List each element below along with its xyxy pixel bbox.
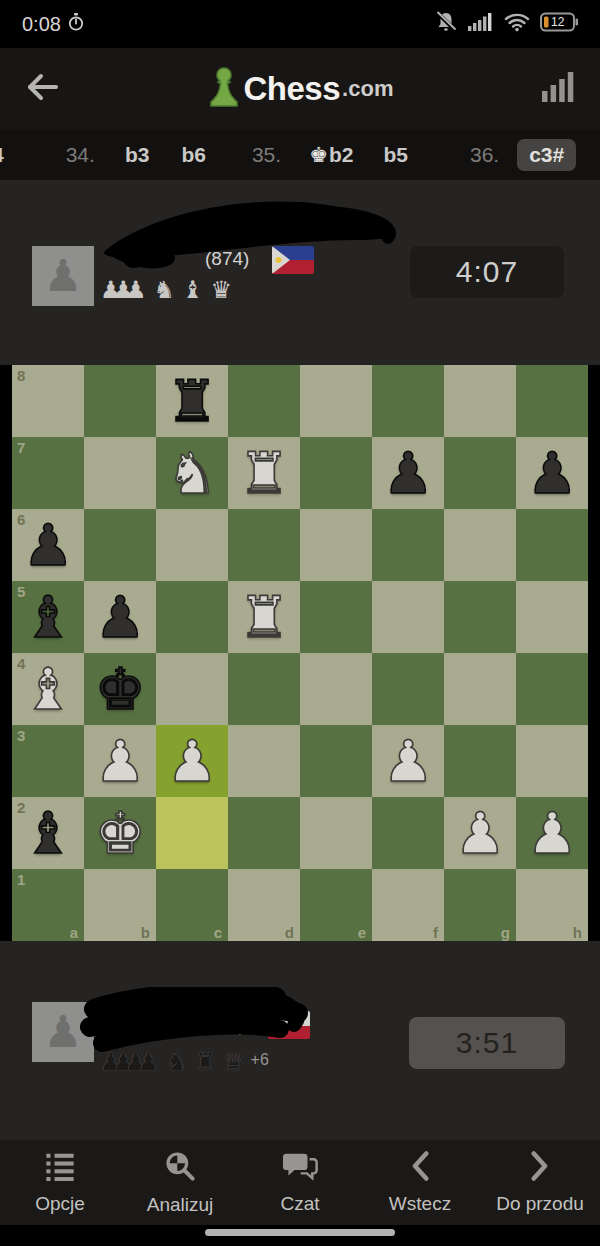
file-label: c (214, 924, 222, 941)
status-bar: 0:08 (0, 0, 600, 48)
white-pawn[interactable]: ♟ (444, 797, 516, 869)
square-g7[interactable] (444, 437, 516, 509)
square-h3[interactable] (516, 725, 588, 797)
black-king[interactable]: ♚ (84, 653, 156, 725)
square-b2[interactable]: ♚ (84, 797, 156, 869)
square-g3[interactable] (444, 725, 516, 797)
square-a5[interactable]: 5♝ (12, 581, 84, 653)
battery-icon: 12 (540, 12, 578, 36)
rank-label: 3 (17, 727, 25, 744)
move-item[interactable]: b3 (125, 143, 150, 167)
rank-label: 7 (17, 439, 25, 456)
square-d4[interactable] (228, 653, 300, 725)
file-label: f (433, 924, 438, 941)
square-c8[interactable]: ♜ (156, 365, 228, 437)
square-f7[interactable]: ♟ (372, 437, 444, 509)
square-f4[interactable] (372, 653, 444, 725)
file-label: d (285, 924, 294, 941)
top-player-clock: 4:07 (410, 246, 564, 298)
square-a6[interactable]: 6♟ (12, 509, 84, 581)
square-h6[interactable] (516, 509, 588, 581)
rank-label: 1 (17, 871, 25, 888)
bottom-captured-pieces: ♟♟♟♟♞♜♛+6 (100, 1046, 269, 1074)
square-h2[interactable]: ♟ (516, 797, 588, 869)
square-e7[interactable] (300, 437, 372, 509)
square-b4[interactable]: ♚ (84, 653, 156, 725)
square-a3[interactable]: 3 (12, 725, 84, 797)
white-pawn[interactable]: ♟ (516, 797, 588, 869)
square-e6[interactable] (300, 509, 372, 581)
square-h8[interactable] (516, 365, 588, 437)
logo-text-com: .com (342, 76, 393, 102)
square-g1[interactable]: g (444, 869, 516, 941)
nav-czat[interactable]: Czat (240, 1140, 360, 1225)
square-g4[interactable] (444, 653, 516, 725)
chesscom-logo: Chess .com (209, 66, 394, 112)
square-f5[interactable] (372, 581, 444, 653)
logo-text-chess: Chess (244, 70, 341, 108)
wifi-icon (504, 12, 530, 36)
battery-percent: 12 (551, 15, 564, 29)
square-d8[interactable] (228, 365, 300, 437)
square-b6[interactable] (84, 509, 156, 581)
stats-bars-button[interactable] (542, 72, 574, 106)
nav-label: Do przodu (496, 1193, 584, 1215)
square-d2[interactable] (228, 797, 300, 869)
square-e3[interactable] (300, 725, 372, 797)
square-c7[interactable]: ♞ (156, 437, 228, 509)
file-label: a (70, 924, 78, 941)
bottom-player-avatar[interactable]: ♟ (32, 1002, 94, 1062)
white-pawn[interactable]: ♟ (372, 725, 444, 797)
square-e4[interactable] (300, 653, 372, 725)
chesscom-pawn-icon (209, 66, 239, 112)
captured-pawn: ♟ (138, 1050, 160, 1074)
captured-queen: ♛ (211, 278, 233, 302)
chevron-right-icon (527, 1151, 553, 1185)
nav-do-przodu[interactable]: Do przodu (480, 1140, 600, 1225)
move-number: 35. (252, 143, 281, 167)
move-number: 34. (66, 143, 95, 167)
nav-label: Wstecz (389, 1193, 451, 1215)
black-rook[interactable]: ♜ (156, 365, 228, 437)
square-d5[interactable]: ♜ (228, 581, 300, 653)
white-rook[interactable]: ♜ (228, 581, 300, 653)
top-player-avatar[interactable]: ♟ (32, 246, 94, 306)
bottom-player-rating: 1) (228, 1014, 245, 1036)
square-h1[interactable]: h (516, 869, 588, 941)
rank-label: 8 (17, 367, 25, 384)
nav-wstecz[interactable]: Wstecz (360, 1140, 480, 1225)
app-header: Chess .com (0, 48, 600, 130)
file-label: b (141, 924, 150, 941)
nav-label: Czat (280, 1193, 319, 1215)
status-time: 0:08 (22, 13, 61, 36)
white-pawn[interactable]: ♟ (156, 725, 228, 797)
black-pawn[interactable]: ♟ (372, 437, 444, 509)
square-f1[interactable]: f (372, 869, 444, 941)
square-a4[interactable]: 4♝ (12, 653, 84, 725)
chat-icon (282, 1151, 318, 1185)
move-item[interactable]: b6 (181, 143, 206, 167)
square-c4[interactable] (156, 653, 228, 725)
square-b1[interactable]: b (84, 869, 156, 941)
captured-knight: ♞ (154, 278, 176, 302)
king-piece-icon: ♚ (309, 143, 328, 167)
philippines-flag-icon (272, 246, 314, 274)
pawn-avatar-icon: ♟ (43, 254, 82, 298)
top-player-rating: (874) (205, 248, 249, 270)
top-player-card: ♟ (874) ♟♟♟♞♝♛ 4:07 (0, 180, 600, 365)
square-b3[interactable]: ♟ (84, 725, 156, 797)
square-g2[interactable]: ♟ (444, 797, 516, 869)
captured-queen: ♛ (223, 1050, 245, 1074)
nav-opcje[interactable]: Opcje (0, 1140, 120, 1225)
black-pawn[interactable]: ♟ (84, 581, 156, 653)
nav-label: Analizuj (147, 1194, 214, 1216)
move-item[interactable]: c3# (517, 139, 576, 171)
square-a8[interactable]: 8 (12, 365, 84, 437)
black-pawn[interactable]: ♟ (516, 437, 588, 509)
square-b5[interactable]: ♟ (84, 581, 156, 653)
notifications-muted-icon (434, 11, 458, 37)
square-a2[interactable]: 2♝ (12, 797, 84, 869)
square-e2[interactable] (300, 797, 372, 869)
nav-label: Opcje (35, 1193, 85, 1215)
square-e8[interactable] (300, 365, 372, 437)
back-button[interactable] (26, 72, 60, 106)
captured-pawn: ♟ (125, 278, 147, 302)
captured-knight: ♞ (166, 1050, 188, 1074)
move-item[interactable]: 4 (0, 143, 4, 167)
move-number: 36. (470, 143, 499, 167)
square-d7[interactable]: ♜ (228, 437, 300, 509)
square-h7[interactable]: ♟ (516, 437, 588, 509)
chevron-left-icon (407, 1151, 433, 1185)
black-bishop[interactable]: ♝ (12, 581, 84, 653)
square-h5[interactable] (516, 581, 588, 653)
square-g5[interactable] (444, 581, 516, 653)
square-f6[interactable] (372, 509, 444, 581)
square-c3[interactable]: ♟ (156, 725, 228, 797)
white-bishop[interactable]: ♝ (12, 653, 84, 725)
chess-board: 8♜7♞♜♟♟6♟5♝♟♜4♝♚3♟♟♟2♝♚♟♟1abcdefgh (12, 365, 588, 941)
bottom-nav-bar: OpcjeAnalizujCzatWsteczDo przodu (0, 1140, 600, 1225)
square-c2[interactable] (156, 797, 228, 869)
white-king[interactable]: ♚ (84, 797, 156, 869)
black-pawn[interactable]: ♟ (12, 509, 84, 581)
analyze-icon (164, 1150, 196, 1186)
home-indicator[interactable] (205, 1229, 395, 1236)
square-b7[interactable] (84, 437, 156, 509)
square-b8[interactable] (84, 365, 156, 437)
move-item[interactable]: ♚b2 (309, 143, 353, 167)
bottom-player-card: ♟ 1) ♟♟♟♟♞♜♛+6 3:51 (0, 941, 600, 1140)
square-e1[interactable]: e (300, 869, 372, 941)
pawn-avatar-icon: ♟ (43, 1010, 82, 1054)
square-c5[interactable] (156, 581, 228, 653)
file-label: g (501, 924, 510, 941)
move-item[interactable]: b5 (383, 143, 408, 167)
square-g8[interactable] (444, 365, 516, 437)
square-g6[interactable] (444, 509, 516, 581)
square-h4[interactable] (516, 653, 588, 725)
square-c6[interactable] (156, 509, 228, 581)
black-bishop[interactable]: ♝ (12, 797, 84, 869)
square-d1[interactable]: d (228, 869, 300, 941)
nav-analizuj[interactable]: Analizuj (120, 1140, 240, 1225)
square-d6[interactable] (228, 509, 300, 581)
square-c1[interactable]: c (156, 869, 228, 941)
top-captured-pieces: ♟♟♟♞♝♛ (100, 274, 232, 302)
square-f8[interactable] (372, 365, 444, 437)
square-f2[interactable] (372, 797, 444, 869)
poland-flag-icon (268, 1011, 310, 1039)
file-label: e (358, 924, 366, 941)
square-a1[interactable]: 1a (12, 869, 84, 941)
square-f3[interactable]: ♟ (372, 725, 444, 797)
signal-icon (468, 12, 494, 36)
bottom-player-clock: 3:51 (409, 1017, 565, 1069)
material-advantage: +6 (251, 1051, 269, 1069)
white-rook[interactable]: ♜ (228, 437, 300, 509)
list-icon (43, 1151, 77, 1185)
captured-bishop: ♝ (182, 278, 204, 302)
square-d3[interactable] (228, 725, 300, 797)
stopwatch-icon (68, 13, 84, 36)
square-a7[interactable]: 7 (12, 437, 84, 509)
move-list-bar: 434.b3b635.♚b2b536.c3# (0, 130, 600, 180)
white-pawn[interactable]: ♟ (84, 725, 156, 797)
file-label: h (573, 924, 582, 941)
captured-rook: ♜ (195, 1050, 217, 1074)
white-knight[interactable]: ♞ (156, 437, 228, 509)
square-e5[interactable] (300, 581, 372, 653)
